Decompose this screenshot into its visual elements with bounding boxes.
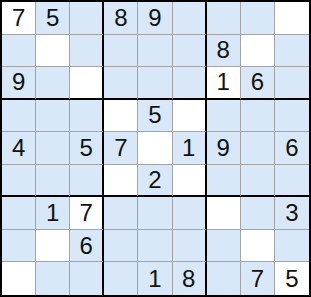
cell-r6c8[interactable] — [241, 165, 275, 198]
cell-r8c4[interactable] — [104, 230, 138, 263]
cell-r2c1[interactable] — [2, 35, 36, 68]
cell-r7c7[interactable] — [207, 197, 241, 230]
cell-r7c5[interactable] — [138, 197, 172, 230]
cell-r6c7[interactable] — [207, 165, 241, 198]
cell-r5c6[interactable]: 1 — [173, 132, 207, 165]
cell-r5c9[interactable]: 6 — [275, 132, 309, 165]
cell-r9c1[interactable] — [2, 262, 36, 295]
cell-r4c1[interactable] — [2, 100, 36, 133]
cell-r2c6[interactable] — [173, 35, 207, 68]
cell-r6c5[interactable]: 2 — [138, 165, 172, 198]
cell-r7c3[interactable]: 7 — [70, 197, 104, 230]
cell-r9c5[interactable]: 1 — [138, 262, 172, 295]
cell-r4c4[interactable] — [104, 100, 138, 133]
cell-r8c5[interactable] — [138, 230, 172, 263]
cell-r1c2[interactable]: 5 — [36, 2, 70, 35]
cell-r9c8[interactable]: 7 — [241, 262, 275, 295]
cell-r2c7[interactable]: 8 — [207, 35, 241, 68]
cell-r7c6[interactable] — [173, 197, 207, 230]
cell-r4c3[interactable] — [70, 100, 104, 133]
cell-r9c3[interactable] — [70, 262, 104, 295]
cell-r5c7[interactable]: 9 — [207, 132, 241, 165]
cell-r2c2[interactable] — [36, 35, 70, 68]
cell-r2c8[interactable] — [241, 35, 275, 68]
cell-r6c1[interactable] — [2, 165, 36, 198]
cell-r5c2[interactable] — [36, 132, 70, 165]
cell-r1c7[interactable] — [207, 2, 241, 35]
cell-r2c9[interactable] — [275, 35, 309, 68]
cell-r4c7[interactable] — [207, 100, 241, 133]
cell-r1c9[interactable] — [275, 2, 309, 35]
cell-r7c1[interactable] — [2, 197, 36, 230]
cell-r7c9[interactable]: 3 — [275, 197, 309, 230]
cell-r5c1[interactable]: 4 — [2, 132, 36, 165]
cell-r1c4[interactable]: 8 — [104, 2, 138, 35]
sudoku-board: 758989165457196217361875 — [0, 0, 311, 297]
cell-r7c4[interactable] — [104, 197, 138, 230]
cell-r2c3[interactable] — [70, 35, 104, 68]
cell-r3c5[interactable] — [138, 67, 172, 100]
cell-r6c6[interactable] — [173, 165, 207, 198]
cell-r3c8[interactable]: 6 — [241, 67, 275, 100]
cell-r6c4[interactable] — [104, 165, 138, 198]
cell-r5c5[interactable] — [138, 132, 172, 165]
cell-r9c9[interactable]: 5 — [275, 262, 309, 295]
cell-r8c6[interactable] — [173, 230, 207, 263]
cell-r8c8[interactable] — [241, 230, 275, 263]
cell-r3c7[interactable]: 1 — [207, 67, 241, 100]
cell-r5c8[interactable] — [241, 132, 275, 165]
cell-r4c2[interactable] — [36, 100, 70, 133]
cell-r9c4[interactable] — [104, 262, 138, 295]
cell-r8c2[interactable] — [36, 230, 70, 263]
cell-r3c4[interactable] — [104, 67, 138, 100]
cell-r1c6[interactable] — [173, 2, 207, 35]
cell-r3c1[interactable]: 9 — [2, 67, 36, 100]
cell-r1c1[interactable]: 7 — [2, 2, 36, 35]
cell-r4c8[interactable] — [241, 100, 275, 133]
cell-r3c9[interactable] — [275, 67, 309, 100]
cell-r8c1[interactable] — [2, 230, 36, 263]
cell-r8c9[interactable] — [275, 230, 309, 263]
cell-r6c9[interactable] — [275, 165, 309, 198]
cell-r6c3[interactable] — [70, 165, 104, 198]
cell-r4c6[interactable] — [173, 100, 207, 133]
cell-r1c5[interactable]: 9 — [138, 2, 172, 35]
cell-r3c6[interactable] — [173, 67, 207, 100]
cell-r5c4[interactable]: 7 — [104, 132, 138, 165]
cell-r8c3[interactable]: 6 — [70, 230, 104, 263]
cell-r8c7[interactable] — [207, 230, 241, 263]
cell-r7c2[interactable]: 1 — [36, 197, 70, 230]
cell-r6c2[interactable] — [36, 165, 70, 198]
cell-r1c8[interactable] — [241, 2, 275, 35]
cell-r4c9[interactable] — [275, 100, 309, 133]
cell-r9c7[interactable] — [207, 262, 241, 295]
cell-r7c8[interactable] — [241, 197, 275, 230]
cell-r2c5[interactable] — [138, 35, 172, 68]
cell-r2c4[interactable] — [104, 35, 138, 68]
cell-r1c3[interactable] — [70, 2, 104, 35]
cell-r3c2[interactable] — [36, 67, 70, 100]
cell-r9c6[interactable]: 8 — [173, 262, 207, 295]
cell-r3c3[interactable] — [70, 67, 104, 100]
cell-r4c5[interactable]: 5 — [138, 100, 172, 133]
cell-r5c3[interactable]: 5 — [70, 132, 104, 165]
cell-r9c2[interactable] — [36, 262, 70, 295]
